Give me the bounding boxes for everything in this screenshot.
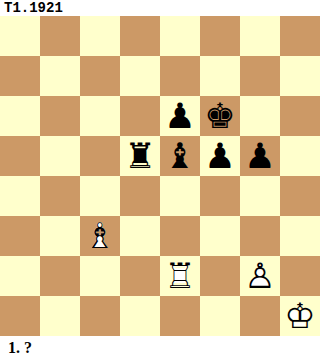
square-a7[interactable] xyxy=(0,56,40,96)
square-c4[interactable] xyxy=(80,176,120,216)
square-b2[interactable] xyxy=(40,256,80,296)
black-pawn: ♟ xyxy=(160,96,200,136)
square-h2[interactable] xyxy=(280,256,320,296)
square-d8[interactable] xyxy=(120,16,160,56)
square-c8[interactable] xyxy=(80,16,120,56)
black-pawn: ♟ xyxy=(200,136,240,176)
square-h4[interactable] xyxy=(280,176,320,216)
diagram-title: T1.1921 xyxy=(0,0,63,16)
square-f6[interactable]: ♚ xyxy=(200,96,240,136)
square-e2[interactable]: ♜♖ xyxy=(160,256,200,296)
square-c2[interactable] xyxy=(80,256,120,296)
white-bishop: ♗ xyxy=(80,216,120,256)
square-h7[interactable] xyxy=(280,56,320,96)
square-f4[interactable] xyxy=(200,176,240,216)
square-e7[interactable] xyxy=(160,56,200,96)
white-rook: ♖ xyxy=(160,256,200,296)
square-e8[interactable] xyxy=(160,16,200,56)
square-e3[interactable] xyxy=(160,216,200,256)
square-e5[interactable]: ♝ xyxy=(160,136,200,176)
square-d6[interactable] xyxy=(120,96,160,136)
diagram-header: T1.1921 xyxy=(0,0,320,16)
square-a1[interactable] xyxy=(0,296,40,336)
square-c7[interactable] xyxy=(80,56,120,96)
square-b4[interactable] xyxy=(40,176,80,216)
square-a2[interactable] xyxy=(0,256,40,296)
square-a4[interactable] xyxy=(0,176,40,216)
diagram-footer: 1. ? xyxy=(0,336,320,360)
square-g5[interactable]: ♟ xyxy=(240,136,280,176)
square-e6[interactable]: ♟ xyxy=(160,96,200,136)
square-b1[interactable] xyxy=(40,296,80,336)
square-g2[interactable]: ♟♙ xyxy=(240,256,280,296)
square-d5[interactable]: ♜ xyxy=(120,136,160,176)
square-b5[interactable] xyxy=(40,136,80,176)
square-g6[interactable] xyxy=(240,96,280,136)
square-b6[interactable] xyxy=(40,96,80,136)
move-prompt: 1. ? xyxy=(0,336,32,360)
square-g4[interactable] xyxy=(240,176,280,216)
square-a6[interactable] xyxy=(0,96,40,136)
square-a5[interactable] xyxy=(0,136,40,176)
square-b3[interactable] xyxy=(40,216,80,256)
square-e1[interactable] xyxy=(160,296,200,336)
black-bishop: ♝ xyxy=(160,136,200,176)
square-h6[interactable] xyxy=(280,96,320,136)
black-king: ♚ xyxy=(200,96,240,136)
square-a8[interactable] xyxy=(0,16,40,56)
black-pawn: ♟ xyxy=(240,136,280,176)
square-f8[interactable] xyxy=(200,16,240,56)
square-h3[interactable] xyxy=(280,216,320,256)
square-h5[interactable] xyxy=(280,136,320,176)
square-d1[interactable] xyxy=(120,296,160,336)
square-f1[interactable] xyxy=(200,296,240,336)
square-f7[interactable] xyxy=(200,56,240,96)
square-c5[interactable] xyxy=(80,136,120,176)
square-f5[interactable]: ♟ xyxy=(200,136,240,176)
square-d7[interactable] xyxy=(120,56,160,96)
square-f2[interactable] xyxy=(200,256,240,296)
square-b7[interactable] xyxy=(40,56,80,96)
chess-board: ♟♚♜♝♟♟♝♗♜♖♟♙♚♔ xyxy=(0,16,320,336)
square-b8[interactable] xyxy=(40,16,80,56)
black-rook: ♜ xyxy=(120,136,160,176)
square-a3[interactable] xyxy=(0,216,40,256)
square-e4[interactable] xyxy=(160,176,200,216)
square-c1[interactable] xyxy=(80,296,120,336)
square-g7[interactable] xyxy=(240,56,280,96)
square-c6[interactable] xyxy=(80,96,120,136)
square-g8[interactable] xyxy=(240,16,280,56)
square-c3[interactable]: ♝♗ xyxy=(80,216,120,256)
white-pawn: ♙ xyxy=(240,256,280,296)
square-d4[interactable] xyxy=(120,176,160,216)
white-king: ♔ xyxy=(280,296,320,336)
square-d3[interactable] xyxy=(120,216,160,256)
square-g3[interactable] xyxy=(240,216,280,256)
square-f3[interactable] xyxy=(200,216,240,256)
square-d2[interactable] xyxy=(120,256,160,296)
square-h8[interactable] xyxy=(280,16,320,56)
square-h1[interactable]: ♚♔ xyxy=(280,296,320,336)
square-g1[interactable] xyxy=(240,296,280,336)
